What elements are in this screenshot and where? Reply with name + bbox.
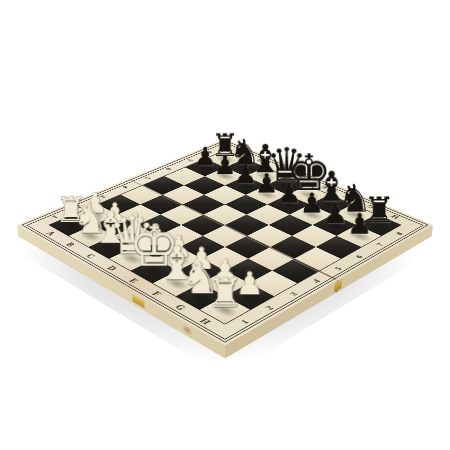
product-photo-scene: ABCDEFGH ABCDEFGH 87654321 87654321 ♜♞♝♛… (0, 0, 450, 450)
black-pawn-h7[interactable]: ♟ (329, 210, 390, 239)
board-panel: ABCDEFGH ABCDEFGH 87654321 87654321 ♜♞♝♛… (17, 139, 433, 346)
chess-box: ABCDEFGH ABCDEFGH 87654321 87654321 ♜♞♝♛… (17, 139, 433, 346)
white-rook-h1[interactable]: ♜ (191, 274, 260, 314)
